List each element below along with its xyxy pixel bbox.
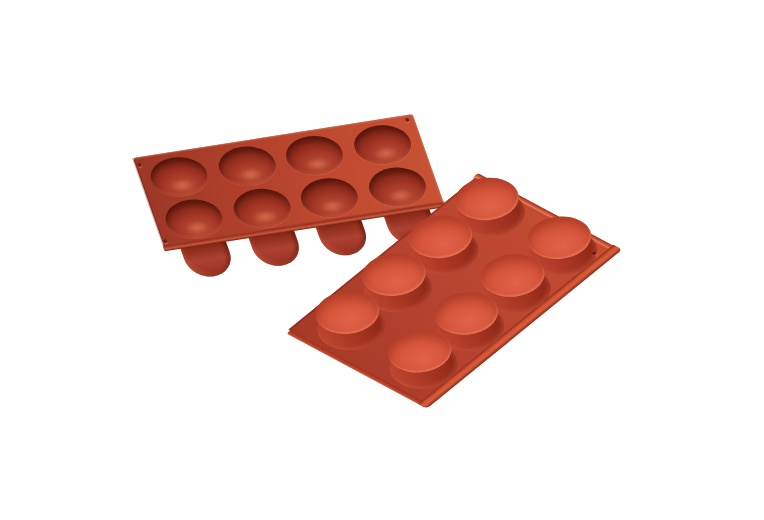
round-cavity — [348, 121, 417, 167]
cavity-bottom-highlight — [168, 178, 196, 193]
cavity-bottom-highlight — [318, 199, 346, 214]
product-photo — [0, 0, 764, 520]
hang-hole — [405, 118, 410, 122]
cavity-bottom-highlight — [372, 146, 400, 161]
round-cavity — [145, 153, 214, 199]
cavity-bottom-highlight — [304, 156, 332, 171]
mold-top-view — [133, 114, 445, 249]
round-cavity — [280, 132, 349, 178]
cavity-bottom-highlight — [387, 188, 415, 203]
cavity-bottom-highlight — [251, 209, 279, 224]
round-cavity — [213, 143, 282, 189]
cavity-bottom-highlight — [183, 220, 211, 235]
hang-hole — [137, 163, 142, 167]
cavity-bottom-highlight — [236, 167, 264, 182]
hang-hole — [163, 239, 168, 243]
